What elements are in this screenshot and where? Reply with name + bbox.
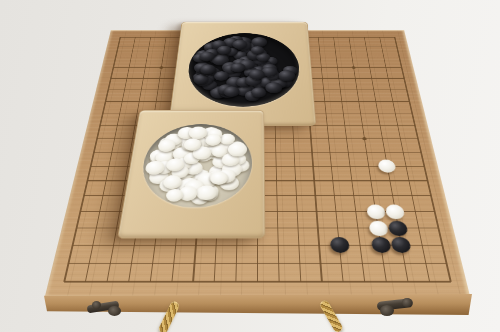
black-stone-R4 bbox=[388, 220, 409, 235]
star-point bbox=[352, 66, 356, 68]
black-stone-R3 bbox=[391, 237, 413, 253]
black-bowl-stone bbox=[278, 70, 295, 81]
white-stone-R5 bbox=[385, 204, 406, 219]
black-stone-O3 bbox=[330, 237, 350, 253]
black-bowl-well bbox=[184, 33, 301, 106]
star-point bbox=[159, 66, 163, 68]
black-bowl-stone bbox=[249, 69, 265, 79]
black-bowl-stone bbox=[251, 87, 266, 97]
left-clasp-knob bbox=[92, 301, 101, 309]
right-clasp-knob bbox=[402, 298, 412, 307]
white-stone-Q4 bbox=[368, 220, 389, 235]
right-clasp bbox=[374, 296, 418, 317]
white-stone-bowl bbox=[117, 110, 265, 238]
white-stone-Q5 bbox=[366, 204, 386, 219]
left-clasp-hook bbox=[108, 306, 121, 316]
go-board bbox=[45, 30, 470, 296]
left-clasp bbox=[86, 300, 124, 317]
go-set-photo bbox=[0, 0, 500, 332]
white-bowl-stone bbox=[228, 143, 247, 157]
white-stone-R8 bbox=[378, 160, 397, 173]
black-stone-Q3 bbox=[370, 237, 391, 253]
grid-line-horizontal bbox=[68, 263, 446, 264]
right-clasp-hook bbox=[380, 305, 394, 316]
white-bowl-well bbox=[136, 124, 251, 207]
star-point bbox=[362, 137, 367, 140]
black-bowl-stone bbox=[223, 86, 239, 97]
white-bowl-stone bbox=[196, 185, 217, 200]
grid-line-horizontal bbox=[64, 281, 451, 282]
black-bowl-stone bbox=[265, 82, 282, 93]
